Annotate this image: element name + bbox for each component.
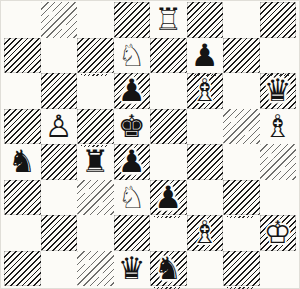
piece-outline: ♔ bbox=[260, 215, 297, 251]
white-king: ♚♔ bbox=[260, 215, 297, 251]
square-e6[interactable] bbox=[150, 73, 187, 109]
square-f5[interactable] bbox=[187, 109, 224, 145]
square-b3[interactable] bbox=[41, 180, 78, 216]
square-e7[interactable] bbox=[150, 38, 187, 74]
square-d4[interactable]: ♟ bbox=[114, 144, 151, 180]
square-b7[interactable] bbox=[41, 38, 78, 74]
square-h8[interactable] bbox=[260, 2, 297, 38]
square-g6[interactable] bbox=[223, 73, 260, 109]
square-g1[interactable] bbox=[223, 251, 260, 287]
square-d5[interactable]: ♚ bbox=[114, 109, 151, 145]
square-b5[interactable]: ♙ bbox=[41, 109, 78, 145]
square-e4[interactable] bbox=[150, 144, 187, 180]
square-g5[interactable] bbox=[223, 109, 260, 145]
black-pawn: ♟ bbox=[150, 180, 187, 216]
square-h1[interactable] bbox=[260, 251, 297, 287]
square-a6[interactable] bbox=[4, 73, 41, 109]
black-pawn: ♟ bbox=[114, 144, 151, 180]
square-e3[interactable]: ♟ bbox=[150, 180, 187, 216]
square-b4[interactable] bbox=[41, 144, 78, 180]
square-d3[interactable]: ♘ bbox=[114, 180, 151, 216]
square-b6[interactable] bbox=[41, 73, 78, 109]
white-bishop: ♗ bbox=[260, 109, 297, 145]
black-queen: ♛ bbox=[260, 73, 297, 109]
square-h4[interactable] bbox=[260, 144, 297, 180]
black-knight: ♞ bbox=[150, 251, 187, 287]
black-king: ♚ bbox=[114, 109, 151, 145]
square-g2[interactable] bbox=[223, 215, 260, 251]
square-f4[interactable] bbox=[187, 144, 224, 180]
square-h2[interactable]: ♚♔ bbox=[260, 215, 297, 251]
square-c3[interactable] bbox=[77, 180, 114, 216]
square-a3[interactable] bbox=[4, 180, 41, 216]
square-g7[interactable] bbox=[223, 38, 260, 74]
square-h6[interactable]: ♛ bbox=[260, 73, 297, 109]
chess-diagram-page: ♖♘♟♟♝♗♛♙♚♗♞♜♟♘♟♝♗♚♔♛♞ bbox=[0, 0, 300, 289]
square-f8[interactable] bbox=[187, 2, 224, 38]
square-a1[interactable] bbox=[4, 251, 41, 287]
black-knight: ♞ bbox=[4, 144, 41, 180]
piece-outline: ♗ bbox=[187, 73, 224, 109]
piece-outline: ♗ bbox=[187, 215, 224, 251]
square-c8[interactable] bbox=[77, 2, 114, 38]
white-pawn: ♙ bbox=[41, 109, 78, 145]
square-e8[interactable]: ♖ bbox=[150, 2, 187, 38]
square-g8[interactable] bbox=[223, 2, 260, 38]
square-a7[interactable] bbox=[4, 38, 41, 74]
square-d7[interactable]: ♘ bbox=[114, 38, 151, 74]
square-d6[interactable]: ♟ bbox=[114, 73, 151, 109]
square-b8[interactable] bbox=[41, 2, 78, 38]
square-g3[interactable] bbox=[223, 180, 260, 216]
square-f3[interactable] bbox=[187, 180, 224, 216]
white-knight: ♘ bbox=[114, 180, 151, 216]
black-pawn: ♟ bbox=[187, 38, 224, 74]
white-bishop: ♝♗ bbox=[187, 215, 224, 251]
square-d2[interactable] bbox=[114, 215, 151, 251]
square-c2[interactable] bbox=[77, 215, 114, 251]
square-a8[interactable] bbox=[4, 2, 41, 38]
square-c6[interactable] bbox=[77, 73, 114, 109]
square-h7[interactable] bbox=[260, 38, 297, 74]
black-pawn: ♟ bbox=[114, 73, 151, 109]
square-h5[interactable]: ♗ bbox=[260, 109, 297, 145]
square-f1[interactable] bbox=[187, 251, 224, 287]
square-a5[interactable] bbox=[4, 109, 41, 145]
square-e2[interactable] bbox=[150, 215, 187, 251]
square-c1[interactable] bbox=[77, 251, 114, 287]
square-a4[interactable]: ♞ bbox=[4, 144, 41, 180]
square-d8[interactable] bbox=[114, 2, 151, 38]
black-queen: ♛ bbox=[114, 251, 151, 287]
square-f2[interactable]: ♝♗ bbox=[187, 215, 224, 251]
square-c7[interactable] bbox=[77, 38, 114, 74]
square-c4[interactable]: ♜ bbox=[77, 144, 114, 180]
white-rook: ♖ bbox=[150, 2, 187, 38]
square-f7[interactable]: ♟ bbox=[187, 38, 224, 74]
square-h3[interactable] bbox=[260, 180, 297, 216]
square-e5[interactable] bbox=[150, 109, 187, 145]
square-e1[interactable]: ♞ bbox=[150, 251, 187, 287]
square-c5[interactable] bbox=[77, 109, 114, 145]
square-d1[interactable]: ♛ bbox=[114, 251, 151, 287]
square-f6[interactable]: ♝♗ bbox=[187, 73, 224, 109]
white-knight: ♘ bbox=[114, 38, 151, 74]
square-b1[interactable] bbox=[41, 251, 78, 287]
white-bishop: ♝♗ bbox=[187, 73, 224, 109]
square-a2[interactable] bbox=[4, 215, 41, 251]
chess-board: ♖♘♟♟♝♗♛♙♚♗♞♜♟♘♟♝♗♚♔♛♞ bbox=[4, 2, 296, 286]
square-g4[interactable] bbox=[223, 144, 260, 180]
square-b2[interactable] bbox=[41, 215, 78, 251]
black-rook: ♜ bbox=[77, 144, 114, 180]
